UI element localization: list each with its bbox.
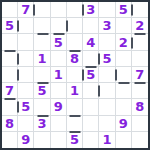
cell-r4c2[interactable] [34, 67, 50, 83]
cell-r7c4[interactable] [67, 116, 83, 132]
cell-r0c8[interactable] [132, 2, 148, 18]
cell-r0c0[interactable] [2, 2, 18, 18]
sudoku-board: 735532542185157751598839951 [0, 0, 150, 150]
cell-r4c0[interactable] [2, 67, 18, 83]
consecutive-mark-vertical-r2c7 [131, 37, 133, 48]
cell-r3c0[interactable] [2, 51, 18, 67]
given-digit-r3c4[interactable]: 8 [67, 51, 83, 67]
cell-r8c8[interactable] [132, 132, 148, 148]
consecutive-mark-vertical-r1c0 [17, 21, 19, 32]
cell-r1c4[interactable] [67, 18, 83, 34]
given-digit-r6c3[interactable]: 9 [51, 99, 67, 115]
cell-r4c4[interactable] [67, 67, 83, 83]
cell-r1c5[interactable] [83, 18, 99, 34]
cell-r5c5[interactable] [83, 83, 99, 99]
cell-r4c6[interactable] [99, 67, 115, 83]
cell-r0c4[interactable] [67, 2, 83, 18]
cell-r5c8[interactable] [132, 83, 148, 99]
cell-r6c0[interactable] [2, 99, 18, 115]
cell-r6c5[interactable] [83, 99, 99, 115]
consecutive-mark-vertical-r6c0 [17, 102, 19, 113]
consecutive-mark-vertical-r5c5 [98, 86, 100, 97]
cell-r6c2[interactable] [34, 99, 50, 115]
consecutive-mark-horizontal-r6c4 [70, 115, 81, 117]
given-digit-r1c8[interactable]: 2 [132, 18, 148, 34]
cell-r5c1[interactable] [18, 83, 34, 99]
given-digit-r6c8[interactable]: 8 [132, 99, 148, 115]
cell-r5c3[interactable] [51, 83, 67, 99]
consecutive-mark-horizontal-r4c7 [118, 82, 129, 84]
given-digit-r4c3[interactable]: 1 [51, 67, 67, 83]
consecutive-mark-horizontal-r1c3 [53, 33, 64, 35]
consecutive-mark-horizontal-r4c8 [134, 82, 145, 84]
cell-r1c2[interactable] [34, 18, 50, 34]
cell-r2c1[interactable] [18, 34, 34, 50]
cell-r8c7[interactable] [116, 132, 132, 148]
cell-r3c3[interactable] [51, 51, 67, 67]
consecutive-mark-vertical-r4c0 [17, 70, 19, 81]
given-digit-r7c0[interactable]: 8 [2, 116, 18, 132]
given-digit-r7c2[interactable]: 3 [34, 116, 50, 132]
cell-r2c8[interactable] [132, 34, 148, 50]
cell-r1c7[interactable] [116, 18, 132, 34]
given-digit-r2c3[interactable]: 5 [51, 34, 67, 50]
given-digit-r2c7[interactable]: 2 [116, 34, 132, 50]
given-digit-r2c5[interactable]: 4 [83, 34, 99, 50]
consecutive-mark-horizontal-r2c0 [5, 50, 16, 52]
given-digit-r5c2[interactable]: 5 [34, 83, 50, 99]
given-digit-r8c4[interactable]: 5 [67, 132, 83, 148]
cell-r3c8[interactable] [132, 51, 148, 67]
consecutive-mark-vertical-r4c6 [115, 70, 117, 81]
given-digit-r3c2[interactable]: 1 [34, 51, 50, 67]
cell-r8c3[interactable] [51, 132, 67, 148]
cell-r4c7[interactable] [116, 67, 132, 83]
given-digit-r6c1[interactable]: 5 [18, 99, 34, 115]
given-digit-r0c1[interactable]: 7 [18, 2, 34, 18]
consecutive-mark-horizontal-r1c8 [134, 33, 145, 35]
consecutive-mark-horizontal-r1c2 [37, 33, 48, 35]
cell-r4c1[interactable] [18, 67, 34, 83]
cell-r7c5[interactable] [83, 116, 99, 132]
consecutive-mark-horizontal-r6c2 [37, 115, 48, 117]
consecutive-mark-vertical-r0c7 [131, 5, 133, 16]
given-digit-r0c5[interactable]: 3 [83, 2, 99, 18]
cell-r7c1[interactable] [18, 116, 34, 132]
consecutive-mark-vertical-r3c0 [17, 53, 19, 64]
cell-r2c6[interactable] [99, 34, 115, 50]
cell-r1c1[interactable] [18, 18, 34, 34]
sudoku-grid: 735532542185157751598839951 [2, 2, 148, 148]
cell-r6c6[interactable] [99, 99, 115, 115]
consecutive-mark-horizontal-r4c2 [37, 82, 48, 84]
cell-r2c0[interactable] [2, 34, 18, 50]
cell-r6c7[interactable] [116, 99, 132, 115]
given-digit-r8c1[interactable]: 9 [18, 132, 34, 148]
given-digit-r0c7[interactable]: 5 [116, 2, 132, 18]
cell-r2c4[interactable] [67, 34, 83, 50]
given-digit-r7c7[interactable]: 9 [116, 116, 132, 132]
given-digit-r5c0[interactable]: 7 [2, 83, 18, 99]
cell-r1c3[interactable] [51, 18, 67, 34]
consecutive-mark-vertical-r0c1 [33, 5, 35, 16]
cell-r8c2[interactable] [34, 132, 50, 148]
given-digit-r5c4[interactable]: 1 [67, 83, 83, 99]
given-digit-r3c6[interactable]: 5 [99, 51, 115, 67]
consecutive-mark-horizontal-r7c4 [70, 131, 81, 133]
given-digit-r8c6[interactable]: 1 [99, 132, 115, 148]
consecutive-mark-horizontal-r5c0 [5, 98, 16, 100]
cell-r8c5[interactable] [83, 132, 99, 148]
given-digit-r1c6[interactable]: 3 [99, 18, 115, 34]
cell-r3c7[interactable] [116, 51, 132, 67]
consecutive-mark-vertical-r4c4 [82, 70, 84, 81]
consecutive-mark-vertical-r1c3 [66, 21, 68, 32]
cell-r0c6[interactable] [99, 2, 115, 18]
consecutive-mark-horizontal-r2c4 [70, 50, 81, 52]
cell-r7c8[interactable] [132, 116, 148, 132]
cell-r5c6[interactable] [99, 83, 115, 99]
consecutive-mark-horizontal-r3c5 [86, 66, 97, 68]
given-digit-r1c0[interactable]: 5 [2, 18, 18, 34]
cell-r6c4[interactable] [67, 99, 83, 115]
cell-r7c3[interactable] [51, 116, 67, 132]
given-digit-r4c8[interactable]: 7 [132, 67, 148, 83]
cell-r0c3[interactable] [51, 2, 67, 18]
consecutive-mark-vertical-r3c5 [98, 53, 100, 64]
cell-r8c0[interactable] [2, 132, 18, 148]
cell-r7c6[interactable] [99, 116, 115, 132]
given-digit-r4c5[interactable]: 5 [83, 67, 99, 83]
cell-r0c2[interactable] [34, 2, 50, 18]
cell-r3c1[interactable] [18, 51, 34, 67]
cell-r2c2[interactable] [34, 34, 50, 50]
cell-r5c7[interactable] [116, 83, 132, 99]
cell-r3c5[interactable] [83, 51, 99, 67]
consecutive-mark-vertical-r0c4 [82, 5, 84, 16]
